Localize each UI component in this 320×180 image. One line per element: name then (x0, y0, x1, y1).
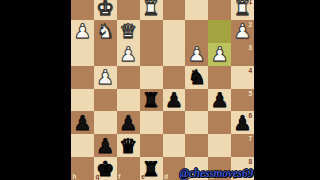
square-a1[interactable]: 1♜ (231, 0, 254, 20)
square-a3[interactable]: 3 (231, 43, 254, 66)
square-h8[interactable]: h (71, 157, 94, 180)
rank-label-7: 7 (248, 135, 252, 142)
square-h4[interactable] (71, 66, 94, 89)
black-pawn-g7[interactable]: ♟ (96, 136, 114, 156)
white-king-g1[interactable]: ♚ (96, 0, 114, 18)
square-c2[interactable] (185, 20, 208, 43)
black-pawn-d5[interactable]: ♟ (165, 90, 183, 110)
square-g4[interactable]: ♟ (94, 66, 117, 89)
square-c3[interactable]: ♟ (185, 43, 208, 66)
white-pawn-g4[interactable]: ♟ (96, 67, 114, 87)
square-h5[interactable] (71, 89, 94, 112)
square-a7[interactable]: 7 (231, 134, 254, 157)
rank-label-6: 6 (248, 112, 252, 119)
square-e6[interactable] (140, 111, 163, 134)
square-d1[interactable] (163, 0, 186, 20)
square-e4[interactable] (140, 66, 163, 89)
video-frame: ♚♜1♜♟♞♛2♟♟♟♟3♟♞4♜♟♟5♟♟6♟♟♛7hg♚fe♜dcb8a @… (0, 0, 320, 180)
square-f3[interactable]: ♟ (117, 43, 140, 66)
rank-label-3: 3 (248, 44, 252, 51)
square-d4[interactable] (163, 66, 186, 89)
square-f2[interactable]: ♛ (117, 20, 140, 43)
square-g5[interactable] (94, 89, 117, 112)
square-b2[interactable] (208, 20, 231, 43)
rank-label-4: 4 (248, 67, 252, 74)
black-rook-e5[interactable]: ♜ (142, 90, 160, 110)
rank-label-1: 1 (248, 0, 252, 5)
white-pawn-b3[interactable]: ♟ (211, 44, 229, 64)
square-b5[interactable]: ♟ (208, 89, 231, 112)
chess-board: ♚♜1♜♟♞♛2♟♟♟♟3♟♞4♜♟♟5♟♟6♟♟♛7hg♚fe♜dcb8a (71, 0, 254, 180)
square-e3[interactable] (140, 43, 163, 66)
square-a2[interactable]: 2♟ (231, 20, 254, 43)
square-h1[interactable] (71, 0, 94, 20)
square-e7[interactable] (140, 134, 163, 157)
square-f7[interactable]: ♛ (117, 134, 140, 157)
square-g1[interactable]: ♚ (94, 0, 117, 20)
rank-label-5: 5 (248, 90, 252, 97)
file-label-f: f (118, 173, 120, 180)
black-pawn-h6[interactable]: ♟ (73, 113, 91, 133)
square-g3[interactable] (94, 43, 117, 66)
square-f1[interactable] (117, 0, 140, 20)
square-g6[interactable] (94, 111, 117, 134)
square-b7[interactable] (208, 134, 231, 157)
black-knight-c4[interactable]: ♞ (188, 67, 206, 87)
square-c5[interactable] (185, 89, 208, 112)
square-b4[interactable] (208, 66, 231, 89)
file-label-g: g (95, 173, 99, 180)
square-b3[interactable]: ♟ (208, 43, 231, 66)
square-b6[interactable] (208, 111, 231, 134)
square-e2[interactable] (140, 20, 163, 43)
square-f6[interactable]: ♟ (117, 111, 140, 134)
white-pawn-h2[interactable]: ♟ (73, 21, 91, 41)
square-g2[interactable]: ♞ (94, 20, 117, 43)
square-d6[interactable] (163, 111, 186, 134)
square-g8[interactable]: g♚ (94, 157, 117, 180)
white-rook-e1[interactable]: ♜ (142, 0, 160, 18)
square-c4[interactable]: ♞ (185, 66, 208, 89)
square-h6[interactable]: ♟ (71, 111, 94, 134)
file-label-h: h (73, 173, 77, 180)
file-label-d: d (164, 173, 168, 180)
black-pawn-b5[interactable]: ♟ (211, 90, 229, 110)
square-d7[interactable] (163, 134, 186, 157)
square-h2[interactable]: ♟ (71, 20, 94, 43)
rank-label-2: 2 (248, 21, 252, 28)
rank-label-8: 8 (248, 158, 252, 165)
square-g7[interactable]: ♟ (94, 134, 117, 157)
square-b1[interactable] (208, 0, 231, 20)
square-c7[interactable] (185, 134, 208, 157)
square-c6[interactable] (185, 111, 208, 134)
black-queen-f7[interactable]: ♛ (119, 136, 137, 156)
square-f4[interactable] (117, 66, 140, 89)
square-h3[interactable] (71, 43, 94, 66)
white-queen-f2[interactable]: ♛ (119, 21, 137, 41)
square-d2[interactable] (163, 20, 186, 43)
square-e1[interactable]: ♜ (140, 0, 163, 20)
black-pawn-f6[interactable]: ♟ (119, 113, 137, 133)
square-f5[interactable] (117, 89, 140, 112)
square-a4[interactable]: 4 (231, 66, 254, 89)
square-d3[interactable] (163, 43, 186, 66)
square-e8[interactable]: e♜ (140, 157, 163, 180)
square-d5[interactable]: ♟ (163, 89, 186, 112)
square-a5[interactable]: 5 (231, 89, 254, 112)
square-f8[interactable]: f (117, 157, 140, 180)
white-pawn-f3[interactable]: ♟ (119, 44, 137, 64)
square-a6[interactable]: 6♟ (231, 111, 254, 134)
white-knight-g2[interactable]: ♞ (96, 21, 114, 41)
watermark-text: @chessmoves69 (180, 167, 253, 179)
square-c1[interactable] (185, 0, 208, 20)
file-label-e: e (141, 173, 145, 180)
square-e5[interactable]: ♜ (140, 89, 163, 112)
square-h7[interactable] (71, 134, 94, 157)
white-pawn-c3[interactable]: ♟ (188, 44, 206, 64)
